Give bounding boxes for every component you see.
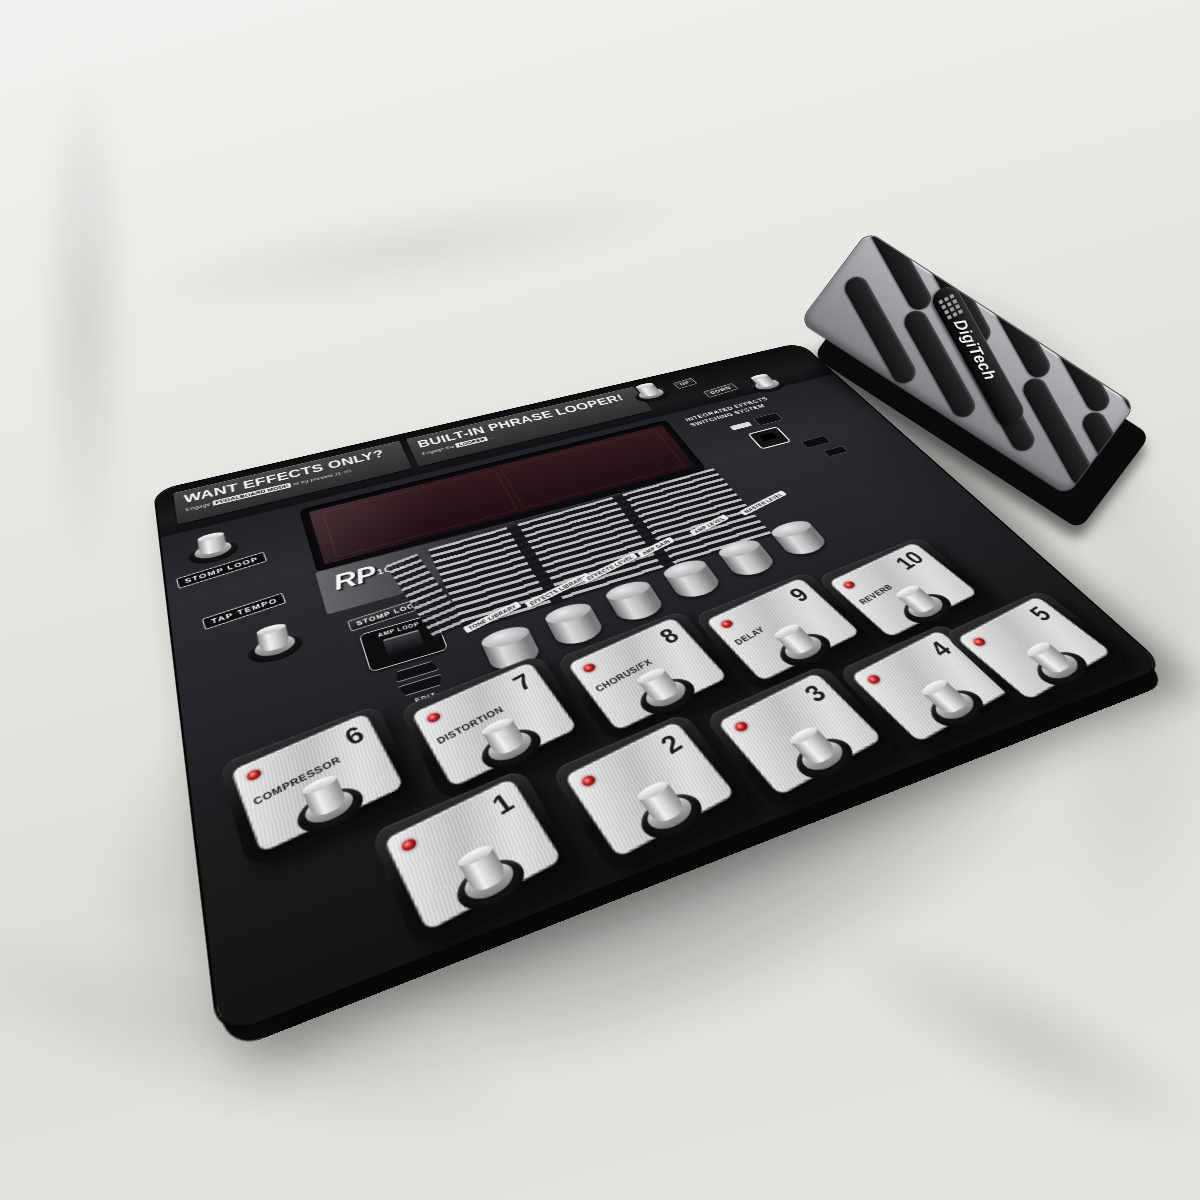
knob-label-master-level: MASTER LEVEL [739,490,787,515]
led-indicator [842,580,857,589]
mode-switch-inner [759,432,777,441]
footswitch-5[interactable] [1005,628,1099,693]
footswitch-3[interactable] [767,711,864,788]
footswitch-number: 7 [508,669,539,696]
led-indicator [733,720,750,733]
photo-scene: WANT EFFECTS ONLY? EngagePEDALBOARD MODE… [0,0,1200,1200]
effects-library-knob[interactable] [542,600,607,649]
footswitch-2[interactable] [614,763,714,849]
footswitch-number: 6 [339,721,369,751]
master-level-knob[interactable] [767,518,831,558]
led-indicator [400,837,418,853]
led-indicator [971,637,987,648]
footswitch-7[interactable] [460,702,551,778]
logo-grille-icon [938,294,963,320]
tap-tempo-footswitch[interactable] [240,612,308,669]
footswitch-number: 8 [654,623,685,648]
up-label: UP [673,378,697,389]
footswitch-plate-1: 1 [383,778,563,932]
footswitch-1[interactable] [434,825,536,921]
led-indicator [246,768,263,782]
footswitch-plate-2: 2 [563,721,736,859]
down-label: DOWN [703,383,739,398]
footswitch-number: 3 [798,679,833,707]
led-indicator [580,774,597,788]
fabric-fold [40,60,130,580]
footswitch-number: 1 [486,787,520,821]
led-indicator [582,662,598,673]
footswitch-9[interactable] [754,611,841,674]
footswitch-number: 2 [654,729,689,760]
led-indicator [426,711,442,723]
footswitch-10[interactable] [876,573,962,630]
led-indicator [866,674,882,686]
led-indicator [719,619,734,629]
fabric-fold [127,167,693,334]
footswitch-number: 10 [889,547,930,574]
footswitch-6[interactable] [280,758,372,843]
footswitch-4[interactable] [900,665,995,735]
footswitch-8[interactable] [616,654,705,723]
footswitch-number: 9 [783,583,814,606]
sub-post: … [488,435,496,441]
panel-mode-chip [730,422,753,431]
